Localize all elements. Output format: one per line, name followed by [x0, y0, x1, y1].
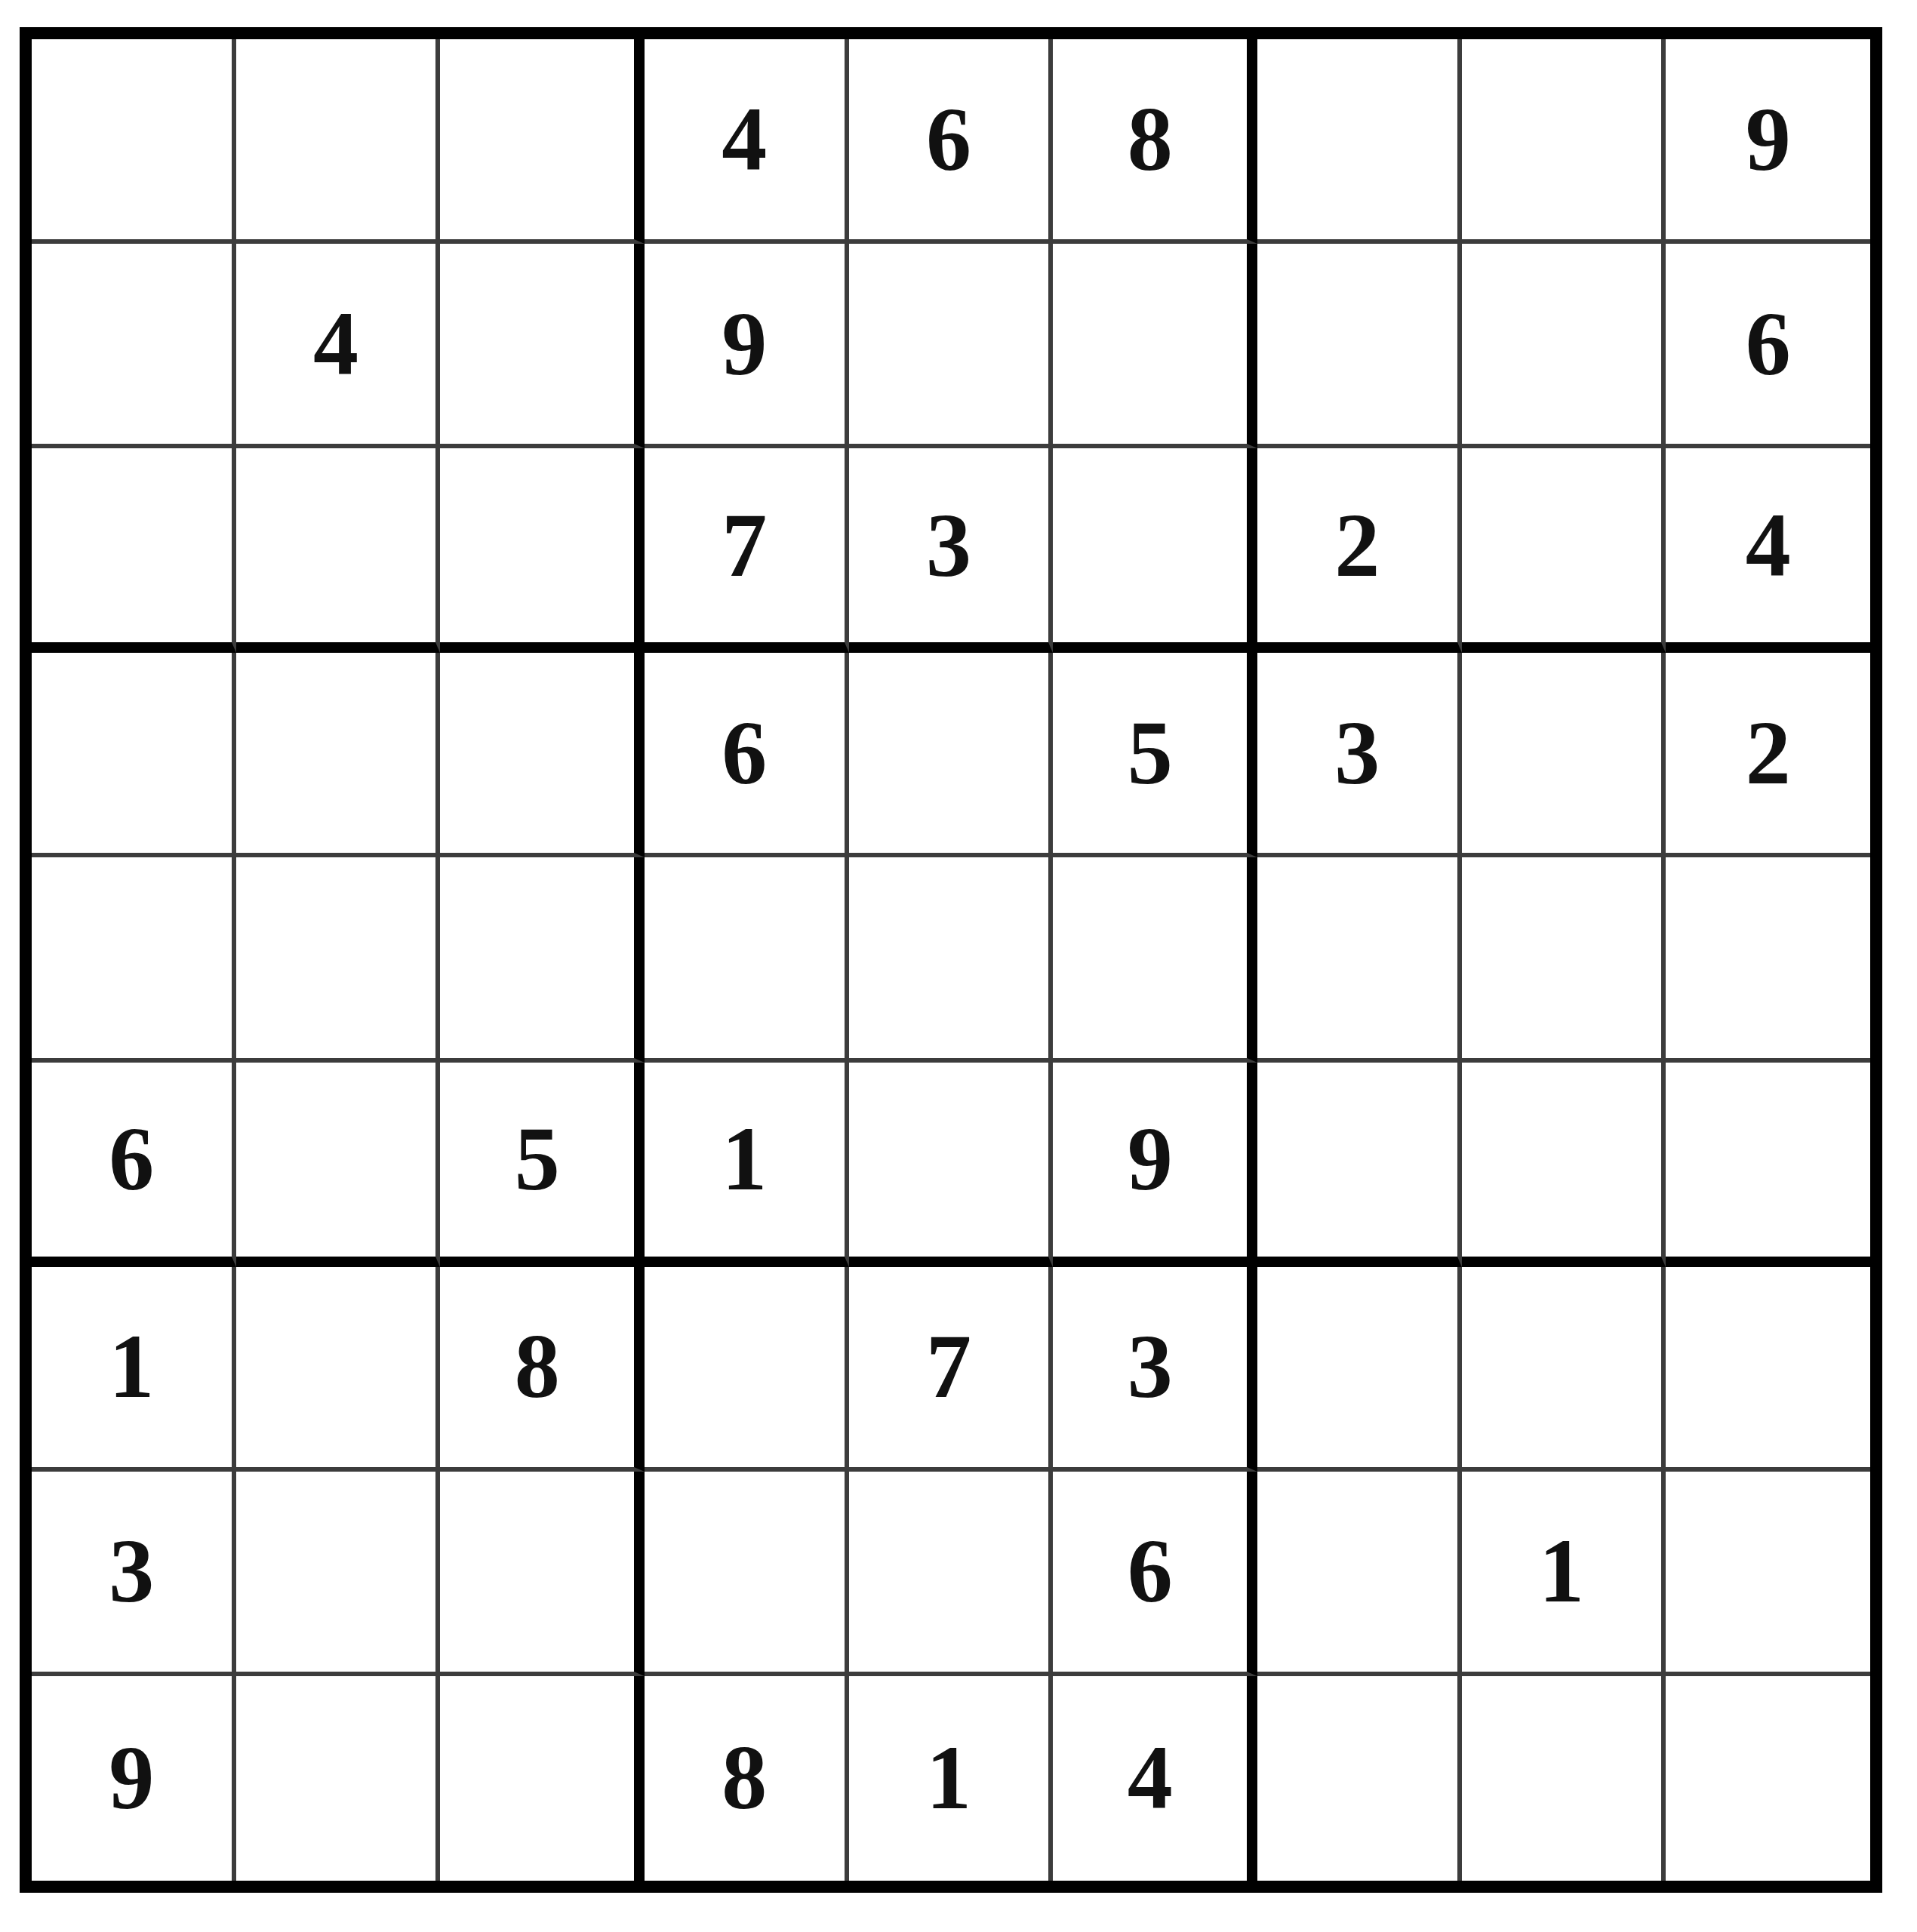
- cell-r6c6[interactable]: 9: [1053, 1063, 1257, 1267]
- cell-r8c4[interactable]: [645, 1472, 849, 1676]
- cell-r1c5[interactable]: 6: [849, 39, 1054, 244]
- cell-r8c7[interactable]: [1257, 1472, 1462, 1676]
- cell-r6c8[interactable]: [1462, 1063, 1666, 1267]
- cell-r5c4[interactable]: [645, 857, 849, 1062]
- cell-r7c1[interactable]: 1: [32, 1267, 236, 1472]
- cell-r9c3[interactable]: [440, 1676, 645, 1881]
- cell-r4c2[interactable]: [236, 653, 441, 857]
- cell-r9c4[interactable]: 8: [645, 1676, 849, 1881]
- cell-r3c9[interactable]: 4: [1666, 448, 1870, 653]
- cell-r5c6[interactable]: [1053, 857, 1257, 1062]
- cell-r6c2[interactable]: [236, 1063, 441, 1267]
- cell-r2c4[interactable]: 9: [645, 244, 849, 448]
- cell-r7c7[interactable]: [1257, 1267, 1462, 1472]
- cell-r9c1[interactable]: 9: [32, 1676, 236, 1881]
- sudoku-page: 468949673246532651918733619814: [0, 0, 1917, 1932]
- cell-r3c4[interactable]: 7: [645, 448, 849, 653]
- cell-r1c4[interactable]: 4: [645, 39, 849, 244]
- cell-r8c5[interactable]: [849, 1472, 1054, 1676]
- cell-r5c8[interactable]: [1462, 857, 1666, 1062]
- cell-r8c1[interactable]: 3: [32, 1472, 236, 1676]
- cell-r3c3[interactable]: [440, 448, 645, 653]
- cell-r3c7[interactable]: 2: [1257, 448, 1462, 653]
- cell-r6c5[interactable]: [849, 1063, 1054, 1267]
- cell-r9c8[interactable]: [1462, 1676, 1666, 1881]
- cell-r9c6[interactable]: 4: [1053, 1676, 1257, 1881]
- cell-r9c2[interactable]: [236, 1676, 441, 1881]
- cell-r2c7[interactable]: [1257, 244, 1462, 448]
- cell-r3c1[interactable]: [32, 448, 236, 653]
- cell-r5c5[interactable]: [849, 857, 1054, 1062]
- cell-r2c1[interactable]: [32, 244, 236, 448]
- cell-r4c3[interactable]: [440, 653, 645, 857]
- cell-r2c8[interactable]: [1462, 244, 1666, 448]
- cell-r1c6[interactable]: 8: [1053, 39, 1257, 244]
- cell-r1c9[interactable]: 9: [1666, 39, 1870, 244]
- cell-r8c2[interactable]: [236, 1472, 441, 1676]
- cell-r5c2[interactable]: [236, 857, 441, 1062]
- cell-r9c7[interactable]: [1257, 1676, 1462, 1881]
- cell-r7c6[interactable]: 3: [1053, 1267, 1257, 1472]
- cell-r6c9[interactable]: [1666, 1063, 1870, 1267]
- cell-r6c3[interactable]: 5: [440, 1063, 645, 1267]
- cell-r4c5[interactable]: [849, 653, 1054, 857]
- cell-r4c1[interactable]: [32, 653, 236, 857]
- cell-r6c4[interactable]: 1: [645, 1063, 849, 1267]
- cell-r6c1[interactable]: 6: [32, 1063, 236, 1267]
- sudoku-board: 468949673246532651918733619814: [20, 27, 1882, 1893]
- cell-r2c3[interactable]: [440, 244, 645, 448]
- cell-r8c3[interactable]: [440, 1472, 645, 1676]
- cell-r3c2[interactable]: [236, 448, 441, 653]
- cell-r3c6[interactable]: [1053, 448, 1257, 653]
- cell-r4c9[interactable]: 2: [1666, 653, 1870, 857]
- cell-r3c5[interactable]: 3: [849, 448, 1054, 653]
- cell-r9c9[interactable]: [1666, 1676, 1870, 1881]
- cell-r7c4[interactable]: [645, 1267, 849, 1472]
- cell-r3c8[interactable]: [1462, 448, 1666, 653]
- cell-r1c8[interactable]: [1462, 39, 1666, 244]
- cell-r6c7[interactable]: [1257, 1063, 1462, 1267]
- cell-r7c2[interactable]: [236, 1267, 441, 1472]
- cell-r9c5[interactable]: 1: [849, 1676, 1054, 1881]
- cell-r4c6[interactable]: 5: [1053, 653, 1257, 857]
- cell-r4c8[interactable]: [1462, 653, 1666, 857]
- cell-r2c5[interactable]: [849, 244, 1054, 448]
- cell-r4c7[interactable]: 3: [1257, 653, 1462, 857]
- cell-r5c7[interactable]: [1257, 857, 1462, 1062]
- cell-r8c8[interactable]: 1: [1462, 1472, 1666, 1676]
- cell-r1c7[interactable]: [1257, 39, 1462, 244]
- cell-r1c2[interactable]: [236, 39, 441, 244]
- cell-r5c9[interactable]: [1666, 857, 1870, 1062]
- cell-r8c6[interactable]: 6: [1053, 1472, 1257, 1676]
- cell-r2c9[interactable]: 6: [1666, 244, 1870, 448]
- cell-r4c4[interactable]: 6: [645, 653, 849, 857]
- cell-r8c9[interactable]: [1666, 1472, 1870, 1676]
- cell-r5c3[interactable]: [440, 857, 645, 1062]
- cell-r7c3[interactable]: 8: [440, 1267, 645, 1472]
- cell-r7c9[interactable]: [1666, 1267, 1870, 1472]
- cell-r2c6[interactable]: [1053, 244, 1257, 448]
- cell-r5c1[interactable]: [32, 857, 236, 1062]
- cell-r1c3[interactable]: [440, 39, 645, 244]
- cell-r7c5[interactable]: 7: [849, 1267, 1054, 1472]
- cell-r2c2[interactable]: 4: [236, 244, 441, 448]
- cell-r1c1[interactable]: [32, 39, 236, 244]
- cell-r7c8[interactable]: [1462, 1267, 1666, 1472]
